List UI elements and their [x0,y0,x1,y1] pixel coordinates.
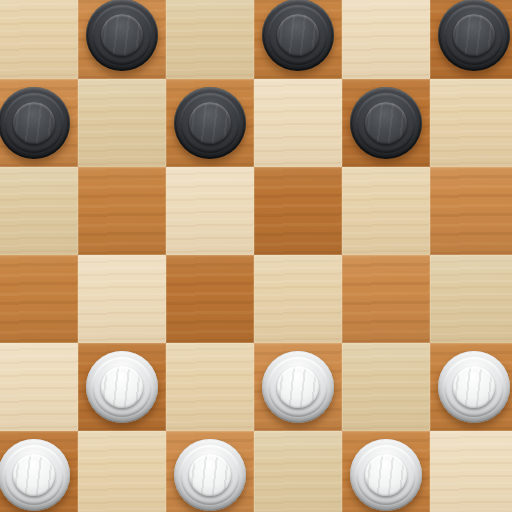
piece-inner-disc [453,366,495,408]
square-r0-c1[interactable] [78,0,166,79]
square-r4-c4 [342,343,430,431]
square-r0-c2 [166,0,254,79]
square-r1-c1 [78,79,166,167]
square-r1-c5 [430,79,512,167]
piece-inner-disc [365,102,407,144]
piece-inner-disc [365,454,407,496]
square-r1-c0[interactable] [0,79,78,167]
square-r2-c5[interactable] [430,167,512,255]
dark-piece[interactable] [174,87,246,159]
square-r5-c4[interactable] [342,431,430,512]
dark-piece[interactable] [350,87,422,159]
square-r0-c3[interactable] [254,0,342,79]
square-r5-c0[interactable] [0,431,78,512]
square-r3-c0[interactable] [0,255,78,343]
light-piece[interactable] [0,439,70,511]
square-r4-c3[interactable] [254,343,342,431]
dark-piece[interactable] [86,0,158,71]
square-r4-c5[interactable] [430,343,512,431]
square-r3-c4[interactable] [342,255,430,343]
square-r4-c0 [0,343,78,431]
square-r5-c2[interactable] [166,431,254,512]
piece-inner-disc [277,14,319,56]
square-r5-c3 [254,431,342,512]
dark-piece[interactable] [438,0,510,71]
checkers-board [0,0,512,512]
square-r3-c2[interactable] [166,255,254,343]
piece-inner-disc [277,366,319,408]
square-r4-c2 [166,343,254,431]
square-r1-c4[interactable] [342,79,430,167]
square-r2-c4 [342,167,430,255]
piece-inner-disc [189,454,231,496]
piece-inner-disc [13,454,55,496]
square-r0-c5[interactable] [430,0,512,79]
square-r3-c1 [78,255,166,343]
square-r2-c0 [0,167,78,255]
square-r4-c1[interactable] [78,343,166,431]
piece-inner-disc [13,102,55,144]
square-r5-c1 [78,431,166,512]
square-r2-c2 [166,167,254,255]
square-r0-c0 [0,0,78,79]
square-r2-c1[interactable] [78,167,166,255]
light-piece[interactable] [86,351,158,423]
square-r3-c3 [254,255,342,343]
light-piece[interactable] [174,439,246,511]
light-piece[interactable] [262,351,334,423]
dark-piece[interactable] [262,0,334,71]
piece-inner-disc [453,14,495,56]
square-r5-c5 [430,431,512,512]
square-r0-c4 [342,0,430,79]
square-r2-c3[interactable] [254,167,342,255]
piece-inner-disc [101,366,143,408]
dark-piece[interactable] [0,87,70,159]
square-r3-c5 [430,255,512,343]
light-piece[interactable] [350,439,422,511]
board-viewport [0,0,512,512]
light-piece[interactable] [438,351,510,423]
square-r1-c2[interactable] [166,79,254,167]
piece-inner-disc [189,102,231,144]
square-r1-c3 [254,79,342,167]
piece-inner-disc [101,14,143,56]
